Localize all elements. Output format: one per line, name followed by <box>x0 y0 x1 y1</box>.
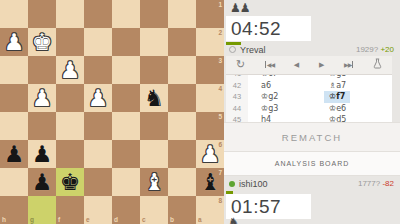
move-cell-43-black: ♔f7 <box>316 91 392 103</box>
square-b4[interactable] <box>168 84 196 112</box>
square-g3[interactable] <box>28 56 56 84</box>
square-b7[interactable] <box>168 168 196 196</box>
captured-pieces-top: ♟♟ <box>230 1 250 15</box>
move-row-45: 45h4♔d5 <box>226 114 392 122</box>
square-e4[interactable]: ♟ <box>84 84 112 112</box>
chess-board: 1♟♚2♟3♟♟♞45♟♟♟6♟♚♝♝7hgfedcb8a <box>0 0 224 224</box>
square-c8[interactable]: c <box>140 196 168 224</box>
square-c1[interactable] <box>140 0 168 28</box>
black-pawn[interactable]: ♟ <box>0 140 28 168</box>
previous-move-button[interactable]: ◀ <box>292 60 301 70</box>
white-king[interactable]: ♚ <box>28 28 56 56</box>
move-cell-45-black: ♔d5 <box>316 114 392 122</box>
square-e1[interactable] <box>84 0 112 28</box>
square-a2[interactable]: 2 <box>196 28 224 56</box>
square-b1[interactable] <box>168 0 196 28</box>
move-number: 45 <box>226 114 248 122</box>
file-label-b: b <box>170 217 174 224</box>
flask-icon <box>373 62 382 71</box>
clock-top: 04:52 <box>226 16 311 41</box>
captured-pieces-bottom: ♞ <box>228 215 240 224</box>
file-label-e: e <box>86 217 90 224</box>
file-label-d: d <box>114 217 118 224</box>
square-h7[interactable] <box>0 168 28 196</box>
square-e2[interactable] <box>84 28 112 56</box>
move-number: 42 <box>226 80 248 92</box>
square-e6[interactable] <box>84 140 112 168</box>
file-label-f: f <box>58 217 60 224</box>
square-d7[interactable] <box>112 168 140 196</box>
black-knight[interactable]: ♞ <box>140 84 168 112</box>
last-move-button[interactable]: ▶▶ <box>342 60 355 70</box>
white-bishop[interactable]: ♝ <box>140 168 168 196</box>
analysis-board-button[interactable]: ANALYSIS BOARD <box>224 151 400 176</box>
square-h4[interactable] <box>0 84 28 112</box>
move-cell-42-black: ♗a7 <box>316 80 392 92</box>
square-f1[interactable] <box>56 0 84 28</box>
move-45-black[interactable]: ♔d5 <box>324 114 351 122</box>
game-sidebar: ♟♟ 04:52 Yreval 1929? +20 ↻ ◀◀ ◀ ▶ ▶▶ 41… <box>224 0 400 224</box>
skip-last-icon: ▶▶ <box>344 61 353 68</box>
white-pawn[interactable]: ♟ <box>84 84 112 112</box>
square-b2[interactable] <box>168 28 196 56</box>
square-d4[interactable] <box>112 84 140 112</box>
square-b5[interactable] <box>168 112 196 140</box>
rank-label-8: 8 <box>218 198 222 205</box>
captured-pawn-icon: ♟ <box>240 1 250 15</box>
file-label-h: h <box>2 217 6 224</box>
move-43-white[interactable]: ♔g2 <box>256 91 283 103</box>
flip-board-button[interactable]: ↻ <box>234 60 247 71</box>
analysis-button[interactable] <box>371 58 384 72</box>
square-f8[interactable]: f <box>56 196 84 224</box>
square-e3[interactable] <box>84 56 112 84</box>
square-c7[interactable]: ♝ <box>140 168 168 196</box>
square-g6[interactable]: ♟ <box>28 140 56 168</box>
rank-label-4: 4 <box>218 86 222 93</box>
cycle-icon: ↻ <box>236 58 245 71</box>
square-f2[interactable] <box>56 28 84 56</box>
move-44-black[interactable]: ♔e6 <box>324 103 351 115</box>
next-move-button[interactable]: ▶ <box>317 60 326 70</box>
square-d3[interactable] <box>112 56 140 84</box>
move-row-43: 43♔g2♔f7 <box>226 91 392 103</box>
file-label-a: a <box>198 217 202 224</box>
square-h1[interactable] <box>0 0 28 28</box>
move-cell-43-white: ♔g2 <box>248 91 316 103</box>
square-f3[interactable]: ♟ <box>56 56 84 84</box>
move-row-42: 42a6♗a7 <box>226 80 392 92</box>
square-b8[interactable]: b <box>168 196 196 224</box>
square-g1[interactable] <box>28 0 56 28</box>
move-44-white[interactable]: ♔g3 <box>256 103 283 115</box>
rank-label-3: 3 <box>218 58 222 65</box>
move-list: 41♗c7♔g842a6♗a743♔g2♔f744♔g3♔e645h4♔d5 <box>226 75 392 122</box>
square-h5[interactable] <box>0 112 28 140</box>
square-a8[interactable]: 8a <box>196 196 224 224</box>
square-h6[interactable]: ♟ <box>0 140 28 168</box>
black-king[interactable]: ♚ <box>56 168 84 196</box>
file-label-g: g <box>30 217 34 224</box>
move-43-black[interactable]: ♔f7 <box>324 91 350 103</box>
rank-label-5: 5 <box>218 114 222 121</box>
square-a3[interactable]: 3 <box>196 56 224 84</box>
move-row-44: 44♔g3♔e6 <box>226 103 392 115</box>
move-45-white[interactable]: h4 <box>256 114 276 122</box>
clock-top-time: 04:52 <box>231 18 281 39</box>
move-number: 44 <box>226 103 248 115</box>
square-c4[interactable]: ♞ <box>140 84 168 112</box>
rating-change-top: +20 <box>380 45 394 54</box>
square-g2[interactable]: ♚ <box>28 28 56 56</box>
square-c5[interactable] <box>140 112 168 140</box>
skip-first-icon: ◀◀ <box>265 61 274 68</box>
black-pawn[interactable]: ♟ <box>28 140 56 168</box>
square-e7[interactable] <box>84 168 112 196</box>
captured-knight-icon: ♞ <box>228 215 240 224</box>
square-a7[interactable]: ♝7 <box>196 168 224 196</box>
prev-icon: ◀ <box>294 61 299 69</box>
square-h3[interactable] <box>0 56 28 84</box>
square-f5[interactable] <box>56 112 84 140</box>
square-b3[interactable] <box>168 56 196 84</box>
rank-label-7: 7 <box>218 170 222 177</box>
square-b6[interactable] <box>168 140 196 168</box>
move-list-rows: 41♗c7♔g842a6♗a743♔g2♔f744♔g3♔e645h4♔d5 <box>226 75 392 122</box>
square-d2[interactable] <box>112 28 140 56</box>
file-label-c: c <box>142 217 146 224</box>
move-42-white[interactable]: a6 <box>256 80 276 92</box>
move-cell-45-white: h4 <box>248 114 316 122</box>
square-f4[interactable] <box>56 84 84 112</box>
rank-label-2: 2 <box>218 30 222 37</box>
square-a5[interactable]: 5 <box>196 112 224 140</box>
square-a1[interactable]: 1 <box>196 0 224 28</box>
square-f7[interactable]: ♚ <box>56 168 84 196</box>
move-cell-44-black: ♔e6 <box>316 103 392 115</box>
square-h8[interactable]: h <box>0 196 28 224</box>
move-42-black[interactable]: ♗a7 <box>324 80 351 92</box>
move-number: 43 <box>226 91 248 103</box>
square-d6[interactable] <box>112 140 140 168</box>
offline-status-icon <box>229 46 236 53</box>
rematch-button[interactable]: REMATCH <box>224 122 400 151</box>
player-name-top[interactable]: Yreval <box>240 45 266 55</box>
square-h2[interactable]: ♟ <box>0 28 28 56</box>
lichess-game-screen: 1♟♚2♟3♟♟♞45♟♟♟6♟♚♝♝7hgfedcb8a ♟♟ 04:52 Y… <box>0 0 400 224</box>
square-d1[interactable] <box>112 0 140 28</box>
first-move-button[interactable]: ◀◀ <box>263 60 276 70</box>
square-e8[interactable]: e <box>84 196 112 224</box>
online-status-icon <box>229 181 235 187</box>
captured-pawn-icon: ♟ <box>230 1 240 15</box>
player-rating-bottom: 1777? -82 <box>358 179 394 188</box>
white-pawn[interactable]: ♟ <box>28 84 56 112</box>
square-c6[interactable] <box>140 140 168 168</box>
black-pawn[interactable]: ♟ <box>28 168 56 196</box>
square-g8[interactable]: g <box>28 196 56 224</box>
white-pawn[interactable]: ♟ <box>0 28 28 56</box>
next-icon: ▶ <box>319 61 324 69</box>
player-rating-top: 1929? +20 <box>356 45 394 54</box>
rating-change-bottom: -82 <box>382 179 394 188</box>
clock-bottom-time: 01:57 <box>231 196 281 217</box>
square-g5[interactable] <box>28 112 56 140</box>
player-name-bottom[interactable]: ishi100 <box>239 179 268 189</box>
move-cell-44-white: ♔g3 <box>248 103 316 115</box>
move-cell-42-white: a6 <box>248 80 316 92</box>
square-a6[interactable]: ♟6 <box>196 140 224 168</box>
square-f6[interactable] <box>56 140 84 168</box>
square-a4[interactable]: 4 <box>196 84 224 112</box>
rank-label-1: 1 <box>218 2 222 9</box>
square-c2[interactable] <box>140 28 168 56</box>
rank-label-6: 6 <box>218 142 222 149</box>
square-d5[interactable] <box>112 112 140 140</box>
square-d8[interactable]: d <box>112 196 140 224</box>
player-row-bottom: ishi100 1777? -82 <box>229 179 394 191</box>
square-c3[interactable] <box>140 56 168 84</box>
move-controls: ↻ ◀◀ ◀ ▶ ▶▶ <box>226 56 392 75</box>
square-g7[interactable]: ♟ <box>28 168 56 196</box>
square-g4[interactable]: ♟ <box>28 84 56 112</box>
white-pawn[interactable]: ♟ <box>56 56 84 84</box>
square-e5[interactable] <box>84 112 112 140</box>
